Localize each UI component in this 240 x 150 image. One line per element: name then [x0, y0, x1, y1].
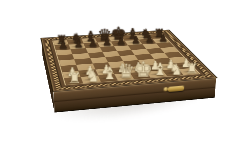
- inner-frame: ♜♞♝♛♚♝♞♜♟♟♟♟♟♟♟♟♟♟♟♟♟♟♟♟♜♞♝♛♚♝♞♜: [48, 32, 206, 87]
- chess-board: ♜♞♝♛♚♝♞♜♟♟♟♟♟♟♟♟♟♟♟♟♟♟♟♟♜♞♝♛♚♝♞♜: [52, 34, 200, 86]
- square-a7[interactable]: ♟: [55, 45, 71, 51]
- piece-black-pawn[interactable]: ♟: [52, 40, 76, 51]
- square-e5[interactable]: [117, 50, 135, 56]
- chess-box: ♜♞♝♛♚♝♞♜♟♟♟♟♟♟♟♟♟♟♟♟♟♟♟♟♜♞♝♛♚♝♞♜: [41, 30, 216, 91]
- brass-latch-icon: [168, 85, 184, 92]
- square-a5[interactable]: [57, 54, 74, 60]
- square-a1[interactable]: ♜: [64, 77, 83, 85]
- square-c5[interactable]: [87, 52, 105, 58]
- product-photo-scene: ♜♞♝♛♚♝♞♜♟♟♟♟♟♟♟♟♟♟♟♟♟♟♟♟♜♞♝♛♚♝♞♜: [0, 0, 240, 150]
- piece-white-rook[interactable]: ♜: [61, 70, 89, 85]
